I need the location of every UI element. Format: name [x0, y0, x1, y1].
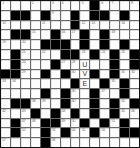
white-cell[interactable]	[51, 79, 60, 88]
white-cell[interactable]	[11, 109, 20, 118]
white-cell[interactable]: 9	[51, 11, 60, 20]
white-cell[interactable]	[11, 21, 20, 30]
clue-number: 28	[72, 60, 75, 64]
black-cell	[110, 70, 119, 79]
black-cell	[110, 109, 119, 118]
white-cell[interactable]	[110, 40, 119, 49]
white-cell[interactable]	[1, 60, 10, 69]
black-cell	[1, 70, 10, 79]
black-cell	[11, 30, 20, 39]
white-cell[interactable]	[21, 1, 30, 10]
black-cell	[130, 128, 139, 137]
black-cell	[130, 60, 139, 69]
black-cell	[11, 99, 20, 108]
white-cell[interactable]	[51, 70, 60, 79]
white-cell[interactable]: 5	[80, 1, 89, 10]
white-cell[interactable]	[80, 109, 89, 118]
white-cell[interactable]	[1, 11, 10, 20]
white-cell[interactable]: 16	[61, 30, 70, 39]
white-cell[interactable]	[80, 99, 89, 108]
clue-number: 50	[72, 119, 75, 123]
white-cell[interactable]	[61, 21, 70, 30]
black-cell	[61, 40, 70, 49]
entered-letter: E	[80, 79, 89, 88]
clue-number: 45	[121, 109, 124, 113]
clue-number: 24	[101, 50, 104, 54]
white-cell[interactable]	[31, 138, 40, 147]
white-cell[interactable]	[100, 60, 109, 69]
clue-number: 27	[62, 60, 65, 64]
white-cell[interactable]	[51, 50, 60, 59]
white-cell[interactable]	[130, 40, 139, 49]
white-cell[interactable]: 15	[31, 30, 40, 39]
black-cell	[11, 128, 20, 137]
black-cell	[11, 70, 20, 79]
white-cell[interactable]	[31, 21, 40, 30]
black-cell	[61, 128, 70, 137]
clue-number: 6	[101, 1, 103, 5]
white-cell[interactable]	[11, 40, 20, 49]
black-cell	[71, 79, 80, 88]
clue-number: 58	[52, 138, 55, 142]
black-cell	[11, 11, 20, 20]
white-cell[interactable]	[90, 79, 99, 88]
white-cell[interactable]	[41, 1, 50, 10]
white-cell[interactable]	[1, 99, 10, 108]
white-cell[interactable]: 37	[100, 89, 109, 98]
clue-number: 49	[62, 119, 65, 123]
white-cell[interactable]	[31, 79, 40, 88]
clue-number: 53	[52, 128, 55, 132]
white-cell[interactable]: 38	[31, 99, 40, 108]
black-cell	[51, 109, 60, 118]
clue-number: 10	[2, 21, 5, 25]
white-cell[interactable]	[130, 119, 139, 128]
white-cell[interactable]	[120, 30, 129, 39]
white-cell[interactable]: 20	[21, 40, 30, 49]
entered-letter: V	[80, 70, 89, 79]
white-cell[interactable]: 12	[80, 21, 89, 30]
black-cell	[80, 40, 89, 49]
clue-number: 18	[111, 30, 114, 34]
white-cell[interactable]: 7	[110, 1, 119, 10]
white-cell[interactable]	[100, 138, 109, 147]
white-cell[interactable]: U	[80, 60, 89, 69]
white-cell[interactable]	[100, 70, 109, 79]
black-cell	[120, 128, 129, 137]
black-cell	[90, 89, 99, 98]
clue-number: 1	[2, 1, 4, 5]
white-cell[interactable]: 17	[71, 30, 80, 39]
black-cell	[100, 30, 109, 39]
white-cell[interactable]	[11, 1, 20, 10]
black-cell	[90, 11, 99, 20]
black-cell	[31, 109, 40, 118]
white-cell[interactable]	[21, 79, 30, 88]
white-cell[interactable]	[130, 138, 139, 147]
black-cell	[90, 70, 99, 79]
black-cell	[90, 128, 99, 137]
white-cell[interactable]: 13	[90, 21, 99, 30]
white-cell[interactable]: 31	[120, 70, 129, 79]
clue-number: 8	[131, 1, 133, 5]
clue-number: 30	[72, 70, 75, 74]
white-cell[interactable]: 25	[120, 50, 129, 59]
white-cell[interactable]	[1, 119, 10, 128]
white-cell[interactable]	[120, 60, 129, 69]
black-cell	[130, 99, 139, 108]
white-cell[interactable]: 53	[51, 128, 60, 137]
white-cell[interactable]	[110, 128, 119, 137]
black-cell	[11, 60, 20, 69]
white-cell[interactable]	[31, 89, 40, 98]
black-cell	[110, 99, 119, 108]
white-cell[interactable]	[100, 109, 109, 118]
black-cell	[11, 119, 20, 128]
clue-number: 15	[32, 30, 35, 34]
white-cell[interactable]: 33	[1, 79, 10, 88]
clue-number: 54	[72, 128, 75, 132]
white-cell[interactable]	[1, 30, 10, 39]
white-cell[interactable]: 44	[61, 109, 70, 118]
clue-number: 52	[22, 128, 25, 132]
black-cell	[41, 70, 50, 79]
white-cell[interactable]: 27	[61, 60, 70, 69]
clue-number: 37	[101, 89, 104, 93]
black-cell	[41, 128, 50, 137]
white-cell[interactable]: E	[80, 79, 89, 88]
clue-number: 12	[81, 21, 84, 25]
white-cell[interactable]	[61, 79, 70, 88]
black-cell	[80, 119, 89, 128]
white-cell[interactable]	[90, 30, 99, 39]
white-cell[interactable]	[90, 40, 99, 49]
clue-number: 14	[121, 21, 124, 25]
black-cell	[71, 11, 80, 20]
black-cell	[90, 1, 99, 10]
white-cell[interactable]	[1, 50, 10, 59]
clue-number: 21	[22, 50, 25, 54]
white-cell[interactable]	[71, 40, 80, 49]
white-cell[interactable]	[110, 138, 119, 147]
clue-number: 17	[72, 30, 75, 34]
black-cell	[90, 109, 99, 118]
clue-number: 9	[52, 11, 54, 15]
white-cell[interactable]: 58	[51, 138, 60, 147]
white-cell[interactable]	[71, 138, 80, 147]
black-cell	[41, 119, 50, 128]
white-cell[interactable]: V	[80, 70, 89, 79]
black-cell	[51, 60, 60, 69]
black-cell	[120, 40, 129, 49]
white-cell[interactable]: 32	[130, 70, 139, 79]
black-cell	[120, 79, 129, 88]
black-cell	[100, 40, 109, 49]
clue-number: 48	[32, 119, 35, 123]
white-cell[interactable]: 29	[21, 70, 30, 79]
white-cell[interactable]	[11, 89, 20, 98]
white-cell[interactable]	[120, 1, 129, 10]
clue-number: 47	[22, 119, 25, 123]
clue-number: 11	[42, 21, 45, 25]
white-cell[interactable]: 42	[1, 109, 10, 118]
white-cell[interactable]	[90, 60, 99, 69]
white-cell[interactable]: 11	[41, 21, 50, 30]
clue-number: 40	[72, 99, 75, 103]
clue-number: 13	[91, 21, 94, 25]
white-cell[interactable]: 10	[1, 21, 10, 30]
black-cell	[51, 30, 60, 39]
black-cell	[80, 30, 89, 39]
white-cell[interactable]	[130, 30, 139, 39]
white-cell[interactable]	[41, 60, 50, 69]
white-cell[interactable]: 50	[71, 119, 80, 128]
clue-number: 33	[2, 79, 5, 83]
clue-number: 38	[32, 99, 35, 103]
white-cell[interactable]: 49	[61, 119, 70, 128]
black-cell	[100, 79, 109, 88]
white-cell[interactable]: 23	[80, 50, 89, 59]
white-cell[interactable]	[41, 30, 50, 39]
white-cell[interactable]	[31, 40, 40, 49]
white-cell[interactable]: 52	[21, 128, 30, 137]
clue-number: 16	[62, 30, 65, 34]
white-cell[interactable]: 35	[110, 79, 119, 88]
clue-number: 39	[42, 99, 45, 103]
white-cell[interactable]	[31, 128, 40, 137]
white-cell[interactable]: 56	[100, 128, 109, 137]
white-cell[interactable]: 26	[21, 60, 30, 69]
clue-number: 3	[52, 1, 54, 5]
white-cell[interactable]	[61, 138, 70, 147]
black-cell	[130, 50, 139, 59]
black-cell	[41, 138, 50, 147]
white-cell[interactable]: 54	[71, 128, 80, 137]
white-cell[interactable]: 19	[1, 40, 10, 49]
white-cell[interactable]: 48	[31, 119, 40, 128]
white-cell[interactable]: 18	[110, 30, 119, 39]
clue-number: 23	[81, 50, 84, 54]
black-cell	[61, 89, 70, 98]
white-cell[interactable]: 30	[71, 70, 80, 79]
white-cell[interactable]	[51, 99, 60, 108]
clue-number: 19	[2, 40, 5, 44]
black-cell	[120, 119, 129, 128]
white-cell[interactable]	[11, 138, 20, 147]
white-cell[interactable]: 47	[21, 119, 30, 128]
white-cell[interactable]: 8	[130, 1, 139, 10]
black-cell	[71, 21, 80, 30]
clue-number: 7	[111, 1, 113, 5]
clue-number: 43	[22, 109, 25, 113]
black-cell	[41, 89, 50, 98]
white-cell[interactable]	[120, 138, 129, 147]
white-cell[interactable]: 2	[31, 1, 40, 10]
white-cell[interactable]: 14	[120, 21, 129, 30]
white-cell[interactable]: 41	[120, 99, 129, 108]
white-cell[interactable]: 55	[80, 128, 89, 137]
clue-number: 4	[62, 1, 64, 5]
white-cell[interactable]	[51, 89, 60, 98]
white-cell[interactable]: 4	[61, 1, 70, 10]
white-cell[interactable]: 22	[41, 50, 50, 59]
white-cell[interactable]	[71, 1, 80, 10]
white-cell[interactable]	[31, 70, 40, 79]
clue-number: 36	[72, 89, 75, 93]
white-cell[interactable]	[90, 138, 99, 147]
black-cell	[51, 40, 60, 49]
black-cell	[61, 70, 70, 79]
white-cell[interactable]	[41, 79, 50, 88]
white-cell[interactable]: 24	[100, 50, 109, 59]
white-cell[interactable]	[110, 11, 119, 20]
clue-number: 2	[32, 1, 34, 5]
black-cell	[41, 11, 50, 20]
clue-number: 55	[81, 128, 84, 132]
black-cell	[71, 50, 80, 59]
white-cell[interactable]	[1, 128, 10, 137]
black-cell	[61, 99, 70, 108]
white-cell[interactable]	[130, 89, 139, 98]
clue-number: 42	[2, 109, 5, 113]
clue-number: 25	[121, 50, 124, 54]
white-cell[interactable]: 40	[71, 99, 80, 108]
black-cell	[61, 50, 70, 59]
white-cell[interactable]	[1, 89, 10, 98]
white-cell[interactable]	[31, 50, 40, 59]
white-cell[interactable]	[41, 109, 50, 118]
white-cell[interactable]	[21, 21, 30, 30]
clue-number: 29	[22, 70, 25, 74]
clue-number: 44	[62, 109, 65, 113]
white-cell[interactable]	[31, 60, 40, 69]
black-cell	[21, 99, 30, 108]
white-cell[interactable]: 1	[1, 1, 10, 10]
black-cell	[11, 50, 20, 59]
black-cell	[120, 89, 129, 98]
white-cell[interactable]	[110, 21, 119, 30]
clue-number: 34	[12, 79, 15, 83]
white-cell[interactable]: 36	[71, 89, 80, 98]
clue-number: 51	[111, 119, 114, 123]
white-cell[interactable]: 46	[130, 109, 139, 118]
black-cell	[51, 119, 60, 128]
white-cell[interactable]: 43	[21, 109, 30, 118]
black-cell	[120, 11, 129, 20]
white-cell[interactable]: 21	[21, 50, 30, 59]
white-cell[interactable]	[21, 89, 30, 98]
black-cell	[21, 11, 30, 20]
entered-letter: U	[80, 60, 89, 69]
white-cell[interactable]: 34	[11, 79, 20, 88]
white-cell[interactable]	[110, 89, 119, 98]
clue-number: 56	[101, 128, 104, 132]
white-cell[interactable]	[80, 11, 89, 20]
clue-number: 32	[131, 70, 134, 74]
black-cell	[90, 99, 99, 108]
clue-number: 5	[81, 1, 83, 5]
white-cell[interactable]: 57	[1, 138, 10, 147]
white-cell[interactable]: 45	[120, 109, 129, 118]
white-cell[interactable]	[51, 21, 60, 30]
white-cell[interactable]	[100, 21, 109, 30]
white-cell[interactable]	[21, 138, 30, 147]
black-cell	[110, 50, 119, 59]
white-cell[interactable]: 3	[51, 1, 60, 10]
clue-number: 57	[2, 138, 5, 142]
black-cell	[21, 30, 30, 39]
black-cell	[100, 11, 109, 20]
white-cell[interactable]: 6	[100, 1, 109, 10]
clue-number: 41	[121, 99, 124, 103]
white-cell[interactable]	[61, 11, 70, 20]
white-cell[interactable]	[130, 79, 139, 88]
white-cell[interactable]: 39	[41, 99, 50, 108]
white-cell[interactable]	[80, 138, 89, 147]
black-cell	[71, 109, 80, 118]
white-cell[interactable]: 51	[110, 119, 119, 128]
white-cell[interactable]	[130, 11, 139, 20]
black-cell	[100, 119, 109, 128]
clue-number: 26	[22, 60, 25, 64]
clue-number: 31	[121, 70, 124, 74]
black-cell	[90, 50, 99, 59]
crossword-board: 1234567891011121314151617181920212223242…	[0, 0, 140, 148]
white-cell[interactable]	[90, 119, 99, 128]
clue-number: 35	[111, 79, 114, 83]
white-cell[interactable]	[80, 89, 89, 98]
white-cell[interactable]	[31, 11, 40, 20]
clue-number: 22	[42, 50, 45, 54]
white-cell[interactable]: 28	[71, 60, 80, 69]
white-cell[interactable]	[130, 21, 139, 30]
clue-number: 20	[22, 40, 25, 44]
black-cell	[110, 60, 119, 69]
white-cell[interactable]	[100, 99, 109, 108]
clue-number: 46	[131, 109, 134, 113]
black-cell	[41, 40, 50, 49]
